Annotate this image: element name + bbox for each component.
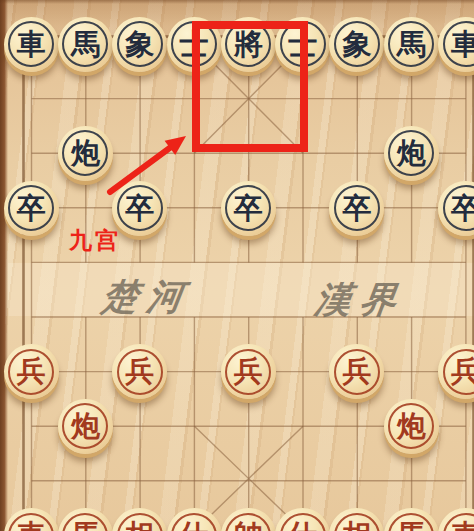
- piece-glyph: 象: [342, 30, 371, 59]
- piece-black-cannon[interactable]: 炮: [58, 126, 113, 181]
- piece-red-advisor[interactable]: 仕: [167, 508, 222, 531]
- piece-red-soldier[interactable]: 兵: [438, 344, 474, 399]
- piece-glyph: 士: [288, 30, 317, 59]
- piece-glyph: 仕: [180, 521, 209, 531]
- piece-red-horse[interactable]: 馬: [58, 508, 113, 531]
- piece-red-soldier[interactable]: 兵: [221, 344, 276, 399]
- piece-glyph: 兵: [342, 357, 371, 386]
- piece-glyph: 帥: [234, 521, 263, 531]
- piece-glyph: 卒: [342, 194, 371, 223]
- piece-glyph: 兵: [125, 357, 154, 386]
- piece-grid: 車馬象士將士象馬車炮炮卒卒卒卒卒兵兵兵兵兵炮炮車馬相仕帥仕相馬車: [4, 17, 474, 531]
- piece-black-soldier[interactable]: 卒: [438, 181, 474, 236]
- piece-red-chariot[interactable]: 車: [4, 508, 59, 531]
- piece-black-advisor[interactable]: 士: [167, 17, 222, 72]
- piece-glyph: 馬: [71, 521, 100, 531]
- piece-glyph: 馬: [397, 521, 426, 531]
- piece-glyph: 士: [180, 30, 209, 59]
- piece-glyph: 車: [451, 521, 474, 531]
- piece-glyph: 炮: [397, 412, 426, 441]
- piece-red-chariot[interactable]: 車: [438, 508, 474, 531]
- piece-black-general[interactable]: 將: [221, 17, 276, 72]
- piece-glyph: 將: [234, 30, 263, 59]
- piece-black-chariot[interactable]: 車: [438, 17, 474, 72]
- piece-glyph: 兵: [451, 357, 474, 386]
- piece-glyph: 炮: [71, 139, 100, 168]
- piece-glyph: 卒: [125, 194, 154, 223]
- piece-red-horse[interactable]: 馬: [384, 508, 439, 531]
- piece-black-horse[interactable]: 馬: [384, 17, 439, 72]
- piece-red-advisor[interactable]: 仕: [275, 508, 330, 531]
- piece-black-soldier[interactable]: 卒: [221, 181, 276, 236]
- piece-black-soldier[interactable]: 卒: [112, 181, 167, 236]
- piece-red-elephant[interactable]: 相: [329, 508, 384, 531]
- piece-red-elephant[interactable]: 相: [112, 508, 167, 531]
- piece-glyph: 炮: [397, 139, 426, 168]
- piece-black-advisor[interactable]: 士: [275, 17, 330, 72]
- piece-red-soldier[interactable]: 兵: [329, 344, 384, 399]
- piece-glyph: 卒: [451, 194, 474, 223]
- piece-red-cannon[interactable]: 炮: [58, 399, 113, 454]
- piece-glyph: 卒: [234, 194, 263, 223]
- board-top-edge: [0, 0, 474, 4]
- piece-black-horse[interactable]: 馬: [58, 17, 113, 72]
- xiangqi-board: 楚河 漢界 車馬象士將士象馬車炮炮卒卒卒卒卒兵兵兵兵兵炮炮車馬相仕帥仕相馬車 九…: [0, 0, 474, 531]
- piece-black-cannon[interactable]: 炮: [384, 126, 439, 181]
- piece-glyph: 馬: [71, 30, 100, 59]
- piece-black-soldier[interactable]: 卒: [4, 181, 59, 236]
- piece-red-general[interactable]: 帥: [221, 508, 276, 531]
- piece-black-elephant[interactable]: 象: [112, 17, 167, 72]
- piece-red-soldier[interactable]: 兵: [112, 344, 167, 399]
- piece-glyph: 炮: [71, 412, 100, 441]
- piece-glyph: 兵: [17, 357, 46, 386]
- piece-red-cannon[interactable]: 炮: [384, 399, 439, 454]
- piece-glyph: 仕: [288, 521, 317, 531]
- piece-glyph: 車: [451, 30, 474, 59]
- piece-glyph: 卒: [17, 194, 46, 223]
- piece-glyph: 馬: [397, 30, 426, 59]
- piece-glyph: 車: [17, 521, 46, 531]
- piece-glyph: 相: [342, 521, 371, 531]
- piece-black-chariot[interactable]: 車: [4, 17, 59, 72]
- piece-red-soldier[interactable]: 兵: [4, 344, 59, 399]
- piece-glyph: 相: [125, 521, 154, 531]
- piece-black-elephant[interactable]: 象: [329, 17, 384, 72]
- piece-glyph: 車: [17, 30, 46, 59]
- piece-black-soldier[interactable]: 卒: [329, 181, 384, 236]
- piece-glyph: 兵: [234, 357, 263, 386]
- piece-glyph: 象: [125, 30, 154, 59]
